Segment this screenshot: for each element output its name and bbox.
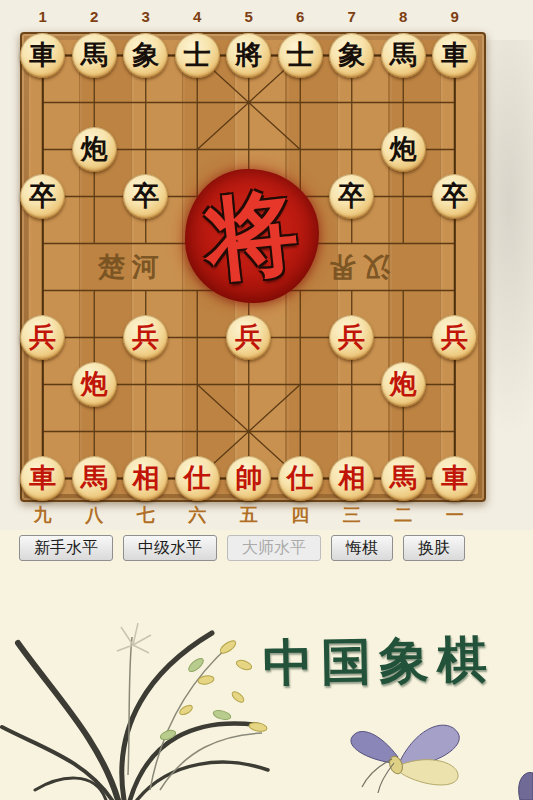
file-label-bottom-3: 七 <box>120 504 172 526</box>
file-label-top-8: 8 <box>378 8 430 26</box>
file-label-bottom-9: 一 <box>429 504 481 526</box>
piece-black-cannon-file8[interactable]: 炮 <box>381 127 426 172</box>
file-labels-top: 123456789 <box>17 8 481 26</box>
toolbar: 新手水平中级水平大师水平悔棋换肤 <box>19 535 465 561</box>
piece-black-elephant-file7[interactable]: 象 <box>329 33 374 78</box>
piece-red-elephant-file7[interactable]: 相 <box>329 456 374 501</box>
piece-red-advisor-file6[interactable]: 仕 <box>278 456 323 501</box>
check-stamp-character: 将 <box>200 170 304 303</box>
file-label-top-3: 3 <box>120 8 172 26</box>
piece-black-chariot-file1[interactable]: 車 <box>20 33 65 78</box>
piece-red-general-file5[interactable]: 帥 <box>226 456 271 501</box>
undo-move-button[interactable]: 悔棋 <box>331 535 393 561</box>
file-label-top-6: 6 <box>275 8 327 26</box>
piece-red-soldier-file3[interactable]: 兵 <box>123 315 168 360</box>
piece-red-elephant-file3[interactable]: 相 <box>123 456 168 501</box>
piece-black-advisor-file4[interactable]: 士 <box>175 33 220 78</box>
file-labels-bottom: 九八七六五四三二一 <box>17 504 481 526</box>
check-stamp: 将 <box>185 169 319 303</box>
piece-black-general-file5[interactable]: 將 <box>226 33 271 78</box>
piece-black-soldier-file3[interactable]: 卒 <box>123 174 168 219</box>
xiangqi-app-page: 123456789 楚河 汉界 車馬象士將士象馬車炮炮卒卒卒卒卒兵兵兵兵兵炮炮車… <box>0 0 533 800</box>
piece-red-soldier-file1[interactable]: 兵 <box>20 315 65 360</box>
file-label-bottom-1: 九 <box>17 504 69 526</box>
novice-level-button[interactable]: 新手水平 <box>19 535 113 561</box>
file-label-top-4: 4 <box>172 8 224 26</box>
piece-red-soldier-file7[interactable]: 兵 <box>329 315 374 360</box>
piece-black-soldier-file1[interactable]: 卒 <box>20 174 65 219</box>
piece-black-soldier-file9[interactable]: 卒 <box>432 174 477 219</box>
file-label-top-5: 5 <box>223 8 275 26</box>
piece-red-horse-file8[interactable]: 馬 <box>381 456 426 501</box>
butterfly-icon <box>351 725 459 793</box>
change-skin-button[interactable]: 换肤 <box>403 535 465 561</box>
piece-black-chariot-file9[interactable]: 車 <box>432 33 477 78</box>
file-label-bottom-8: 二 <box>378 504 430 526</box>
piece-black-horse-file8[interactable]: 馬 <box>381 33 426 78</box>
piece-black-cannon-file2[interactable]: 炮 <box>72 127 117 172</box>
file-label-bottom-6: 四 <box>275 504 327 526</box>
piece-red-soldier-file5[interactable]: 兵 <box>226 315 271 360</box>
piece-black-horse-file2[interactable]: 馬 <box>72 33 117 78</box>
piece-red-advisor-file4[interactable]: 仕 <box>175 456 220 501</box>
file-label-bottom-5: 五 <box>223 504 275 526</box>
piece-red-chariot-file9[interactable]: 車 <box>432 456 477 501</box>
piece-red-chariot-file1[interactable]: 車 <box>20 456 65 501</box>
file-label-top-1: 1 <box>17 8 69 26</box>
app-title: 中国象棋 <box>262 626 523 698</box>
file-label-top-2: 2 <box>69 8 121 26</box>
piece-red-soldier-file9[interactable]: 兵 <box>432 315 477 360</box>
file-label-bottom-7: 三 <box>326 504 378 526</box>
master-level-button: 大师水平 <box>227 535 321 561</box>
file-label-top-9: 9 <box>429 8 481 26</box>
piece-black-soldier-file7[interactable]: 卒 <box>329 174 374 219</box>
file-label-top-7: 7 <box>326 8 378 26</box>
piece-black-elephant-file3[interactable]: 象 <box>123 33 168 78</box>
file-label-bottom-2: 八 <box>69 504 121 526</box>
intermediate-level-button[interactable]: 中级水平 <box>123 535 217 561</box>
piece-red-cannon-file8[interactable]: 炮 <box>381 362 426 407</box>
piece-black-advisor-file6[interactable]: 士 <box>278 33 323 78</box>
piece-red-horse-file2[interactable]: 馬 <box>72 456 117 501</box>
piece-red-cannon-file2[interactable]: 炮 <box>72 362 117 407</box>
file-label-bottom-4: 六 <box>172 504 224 526</box>
